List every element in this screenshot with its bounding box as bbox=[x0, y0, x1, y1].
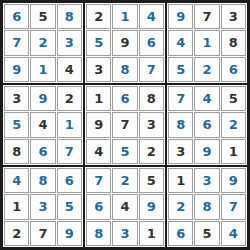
cell-r1c7[interactable]: 9 bbox=[168, 4, 193, 29]
cell-r4c5[interactable]: 6 bbox=[112, 86, 137, 111]
cell-r9c6[interactable]: 1 bbox=[139, 221, 164, 246]
cell-r7c6[interactable]: 5 bbox=[139, 168, 164, 193]
cell-r7c9[interactable]: 9 bbox=[221, 168, 246, 193]
cell-r9c8[interactable]: 5 bbox=[194, 221, 219, 246]
cell-r1c1[interactable]: 6 bbox=[4, 4, 29, 29]
cell-r8c6[interactable]: 9 bbox=[139, 194, 164, 219]
cell-r2c8[interactable]: 1 bbox=[194, 30, 219, 55]
cell-r6c4[interactable]: 4 bbox=[86, 139, 111, 164]
box-2: 214596387 bbox=[84, 2, 166, 84]
cell-r8c4[interactable]: 6 bbox=[86, 194, 111, 219]
cell-r2c6[interactable]: 6 bbox=[139, 30, 164, 55]
cell-r5c8[interactable]: 6 bbox=[194, 112, 219, 137]
cell-r3c1[interactable]: 9 bbox=[4, 57, 29, 82]
cell-r6c8[interactable]: 9 bbox=[194, 139, 219, 164]
box-1: 658723914 bbox=[2, 2, 84, 84]
cell-r4c1[interactable]: 3 bbox=[4, 86, 29, 111]
cell-r4c3[interactable]: 2 bbox=[57, 86, 82, 111]
cell-r7c5[interactable]: 2 bbox=[112, 168, 137, 193]
box-3: 973418526 bbox=[166, 2, 248, 84]
cell-r5c9[interactable]: 2 bbox=[221, 112, 246, 137]
cell-r4c4[interactable]: 1 bbox=[86, 86, 111, 111]
cell-r2c5[interactable]: 9 bbox=[112, 30, 137, 55]
cell-r7c2[interactable]: 8 bbox=[30, 168, 55, 193]
cell-r3c9[interactable]: 6 bbox=[221, 57, 246, 82]
cell-r3c7[interactable]: 5 bbox=[168, 57, 193, 82]
cell-r9c3[interactable]: 9 bbox=[57, 221, 82, 246]
cell-r5c5[interactable]: 7 bbox=[112, 112, 137, 137]
cell-r8c3[interactable]: 5 bbox=[57, 194, 82, 219]
cell-r5c3[interactable]: 1 bbox=[57, 112, 82, 137]
cell-r1c3[interactable]: 8 bbox=[57, 4, 82, 29]
cell-r2c3[interactable]: 3 bbox=[57, 30, 82, 55]
cell-r4c7[interactable]: 7 bbox=[168, 86, 193, 111]
cell-r3c6[interactable]: 7 bbox=[139, 57, 164, 82]
box-5: 168973452 bbox=[84, 84, 166, 166]
cell-r8c5[interactable]: 4 bbox=[112, 194, 137, 219]
cell-r5c7[interactable]: 8 bbox=[168, 112, 193, 137]
cell-r5c6[interactable]: 3 bbox=[139, 112, 164, 137]
cell-r2c4[interactable]: 5 bbox=[86, 30, 111, 55]
cell-r1c8[interactable]: 7 bbox=[194, 4, 219, 29]
cell-r4c8[interactable]: 4 bbox=[194, 86, 219, 111]
cell-r4c2[interactable]: 9 bbox=[30, 86, 55, 111]
cell-r9c2[interactable]: 7 bbox=[30, 221, 55, 246]
cell-r8c1[interactable]: 1 bbox=[4, 194, 29, 219]
cell-r1c4[interactable]: 2 bbox=[86, 4, 111, 29]
cell-r7c1[interactable]: 4 bbox=[4, 168, 29, 193]
box-9: 139287654 bbox=[166, 166, 248, 248]
cell-r8c2[interactable]: 3 bbox=[30, 194, 55, 219]
cell-r1c2[interactable]: 5 bbox=[30, 4, 55, 29]
cell-r5c4[interactable]: 9 bbox=[86, 112, 111, 137]
cell-r9c9[interactable]: 4 bbox=[221, 221, 246, 246]
cell-r6c3[interactable]: 7 bbox=[57, 139, 82, 164]
cell-r3c5[interactable]: 8 bbox=[112, 57, 137, 82]
cell-r7c8[interactable]: 3 bbox=[194, 168, 219, 193]
cell-r6c7[interactable]: 3 bbox=[168, 139, 193, 164]
box-7: 486135279 bbox=[2, 166, 84, 248]
cell-r9c5[interactable]: 3 bbox=[112, 221, 137, 246]
cell-r6c2[interactable]: 6 bbox=[30, 139, 55, 164]
cell-r3c3[interactable]: 4 bbox=[57, 57, 82, 82]
sudoku-board: 6587239142145963879734185263925418671689… bbox=[0, 0, 250, 250]
cell-r4c9[interactable]: 5 bbox=[221, 86, 246, 111]
cell-r8c9[interactable]: 7 bbox=[221, 194, 246, 219]
box-4: 392541867 bbox=[2, 84, 84, 166]
cell-r9c4[interactable]: 8 bbox=[86, 221, 111, 246]
cell-r5c2[interactable]: 4 bbox=[30, 112, 55, 137]
cell-r1c6[interactable]: 4 bbox=[139, 4, 164, 29]
cell-r2c7[interactable]: 4 bbox=[168, 30, 193, 55]
cell-r1c5[interactable]: 1 bbox=[112, 4, 137, 29]
cell-r1c9[interactable]: 3 bbox=[221, 4, 246, 29]
cell-r7c3[interactable]: 6 bbox=[57, 168, 82, 193]
cell-r6c5[interactable]: 5 bbox=[112, 139, 137, 164]
cell-r5c1[interactable]: 5 bbox=[4, 112, 29, 137]
cell-r2c2[interactable]: 2 bbox=[30, 30, 55, 55]
cell-r6c6[interactable]: 2 bbox=[139, 139, 164, 164]
cell-r3c2[interactable]: 1 bbox=[30, 57, 55, 82]
cell-r2c9[interactable]: 8 bbox=[221, 30, 246, 55]
cell-r6c1[interactable]: 8 bbox=[4, 139, 29, 164]
cell-r2c1[interactable]: 7 bbox=[4, 30, 29, 55]
cell-r9c1[interactable]: 2 bbox=[4, 221, 29, 246]
cell-r8c7[interactable]: 2 bbox=[168, 194, 193, 219]
cell-r3c8[interactable]: 2 bbox=[194, 57, 219, 82]
box-8: 725649831 bbox=[84, 166, 166, 248]
cell-r7c4[interactable]: 7 bbox=[86, 168, 111, 193]
cell-r6c9[interactable]: 1 bbox=[221, 139, 246, 164]
cell-r3c4[interactable]: 3 bbox=[86, 57, 111, 82]
cell-r7c7[interactable]: 1 bbox=[168, 168, 193, 193]
cell-r8c8[interactable]: 8 bbox=[194, 194, 219, 219]
box-6: 745862391 bbox=[166, 84, 248, 166]
cell-r4c6[interactable]: 8 bbox=[139, 86, 164, 111]
cell-r9c7[interactable]: 6 bbox=[168, 221, 193, 246]
